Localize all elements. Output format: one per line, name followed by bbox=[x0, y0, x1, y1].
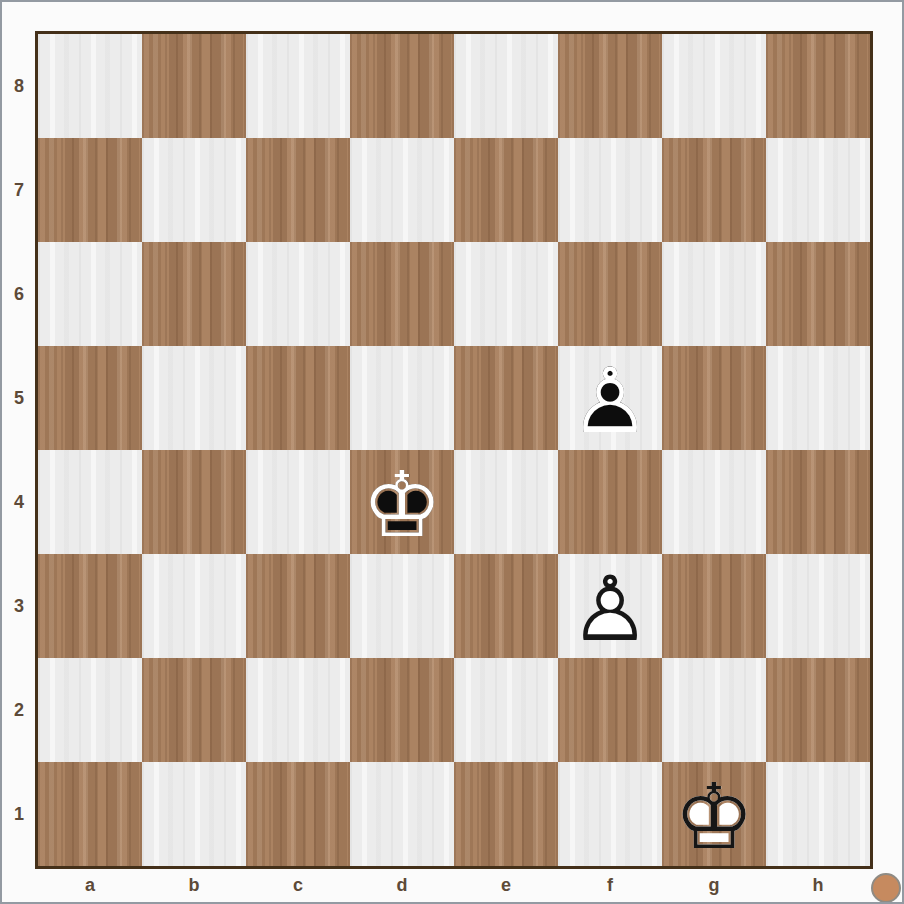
piece-outline-glyph: ♔ bbox=[662, 762, 766, 866]
square-g3[interactable] bbox=[662, 554, 766, 658]
square-b8[interactable] bbox=[142, 34, 246, 138]
square-g7[interactable] bbox=[662, 138, 766, 242]
square-c2[interactable] bbox=[246, 658, 350, 762]
piece-black-king[interactable]: ♚♔ bbox=[350, 450, 454, 554]
square-g4[interactable] bbox=[662, 450, 766, 554]
rank-label-1: 1 bbox=[2, 762, 36, 866]
piece-outline-glyph: ♔ bbox=[350, 450, 454, 554]
square-a2[interactable] bbox=[38, 658, 142, 762]
square-h6[interactable] bbox=[766, 242, 870, 346]
file-label-d: d bbox=[350, 869, 454, 901]
square-e7[interactable] bbox=[454, 138, 558, 242]
rank-labels: 8 7 6 5 4 3 2 1 bbox=[2, 34, 36, 866]
square-h4[interactable] bbox=[766, 450, 870, 554]
square-b5[interactable] bbox=[142, 346, 246, 450]
square-c8[interactable] bbox=[246, 34, 350, 138]
piece-black-pawn[interactable]: ♟♙ bbox=[558, 346, 662, 450]
square-d6[interactable] bbox=[350, 242, 454, 346]
square-c6[interactable] bbox=[246, 242, 350, 346]
square-d4[interactable]: ♚♔ bbox=[350, 450, 454, 554]
rank-label-6: 6 bbox=[2, 242, 36, 346]
square-e5[interactable] bbox=[454, 346, 558, 450]
square-e8[interactable] bbox=[454, 34, 558, 138]
rank-label-4: 4 bbox=[2, 450, 36, 554]
file-label-b: b bbox=[142, 869, 246, 901]
file-label-c: c bbox=[246, 869, 350, 901]
piece-outline-glyph: ♙ bbox=[558, 554, 662, 658]
piece-white-king[interactable]: ♚♔ bbox=[662, 762, 766, 866]
square-g1[interactable]: ♚♔ bbox=[662, 762, 766, 866]
square-f5[interactable]: ♟♙ bbox=[558, 346, 662, 450]
square-h5[interactable] bbox=[766, 346, 870, 450]
square-a6[interactable] bbox=[38, 242, 142, 346]
file-label-e: e bbox=[454, 869, 558, 901]
square-a7[interactable] bbox=[38, 138, 142, 242]
piece-outline-glyph: ♙ bbox=[558, 346, 662, 450]
square-f7[interactable] bbox=[558, 138, 662, 242]
square-b3[interactable] bbox=[142, 554, 246, 658]
square-f4[interactable] bbox=[558, 450, 662, 554]
rank-label-8: 8 bbox=[2, 34, 36, 138]
square-f8[interactable] bbox=[558, 34, 662, 138]
square-a1[interactable] bbox=[38, 762, 142, 866]
file-label-a: a bbox=[38, 869, 142, 901]
square-a5[interactable] bbox=[38, 346, 142, 450]
square-f3[interactable]: ♟♙ bbox=[558, 554, 662, 658]
square-d2[interactable] bbox=[350, 658, 454, 762]
file-label-g: g bbox=[662, 869, 766, 901]
square-c7[interactable] bbox=[246, 138, 350, 242]
square-a3[interactable] bbox=[38, 554, 142, 658]
square-h7[interactable] bbox=[766, 138, 870, 242]
square-h1[interactable] bbox=[766, 762, 870, 866]
square-e6[interactable] bbox=[454, 242, 558, 346]
square-a4[interactable] bbox=[38, 450, 142, 554]
board-frame: ♟♙♚♔♟♙♚♔ bbox=[35, 31, 873, 869]
square-d7[interactable] bbox=[350, 138, 454, 242]
square-e4[interactable] bbox=[454, 450, 558, 554]
square-c3[interactable] bbox=[246, 554, 350, 658]
square-f6[interactable] bbox=[558, 242, 662, 346]
square-c5[interactable] bbox=[246, 346, 350, 450]
square-g6[interactable] bbox=[662, 242, 766, 346]
square-e2[interactable] bbox=[454, 658, 558, 762]
square-e3[interactable] bbox=[454, 554, 558, 658]
square-b4[interactable] bbox=[142, 450, 246, 554]
square-d1[interactable] bbox=[350, 762, 454, 866]
square-f1[interactable] bbox=[558, 762, 662, 866]
chess-page: 8 7 6 5 4 3 2 1 ♟♙♚♔♟♙♚♔ a b c d e f g h bbox=[0, 0, 904, 904]
file-label-f: f bbox=[558, 869, 662, 901]
square-f2[interactable] bbox=[558, 658, 662, 762]
square-b7[interactable] bbox=[142, 138, 246, 242]
square-d5[interactable] bbox=[350, 346, 454, 450]
rank-label-3: 3 bbox=[2, 554, 36, 658]
square-b1[interactable] bbox=[142, 762, 246, 866]
square-c1[interactable] bbox=[246, 762, 350, 866]
piece-white-pawn[interactable]: ♟♙ bbox=[558, 554, 662, 658]
square-g2[interactable] bbox=[662, 658, 766, 762]
square-h3[interactable] bbox=[766, 554, 870, 658]
rank-label-5: 5 bbox=[2, 346, 36, 450]
square-g5[interactable] bbox=[662, 346, 766, 450]
square-h8[interactable] bbox=[766, 34, 870, 138]
square-b2[interactable] bbox=[142, 658, 246, 762]
square-d8[interactable] bbox=[350, 34, 454, 138]
square-b6[interactable] bbox=[142, 242, 246, 346]
rank-label-7: 7 bbox=[2, 138, 36, 242]
move-indicator-circle bbox=[871, 873, 901, 903]
square-d3[interactable] bbox=[350, 554, 454, 658]
square-e1[interactable] bbox=[454, 762, 558, 866]
square-h2[interactable] bbox=[766, 658, 870, 762]
rank-label-2: 2 bbox=[2, 658, 36, 762]
square-c4[interactable] bbox=[246, 450, 350, 554]
chess-board: ♟♙♚♔♟♙♚♔ bbox=[38, 34, 870, 866]
square-a8[interactable] bbox=[38, 34, 142, 138]
file-label-h: h bbox=[766, 869, 870, 901]
file-labels: a b c d e f g h bbox=[38, 869, 870, 901]
square-g8[interactable] bbox=[662, 34, 766, 138]
